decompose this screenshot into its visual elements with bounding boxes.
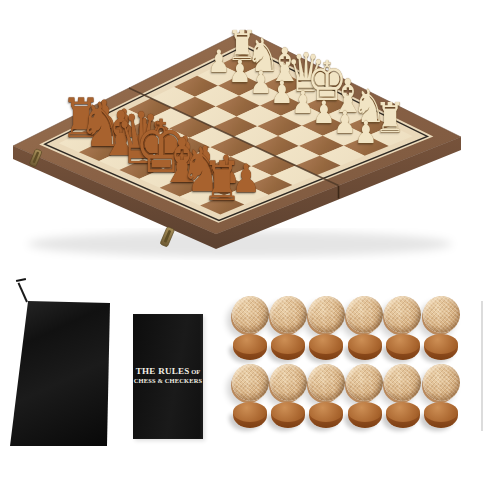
booklet-title-line1: THE RULES OF [133, 366, 203, 377]
product-photo-scene: ♜♞♝♛♚♝♞♜♟♟♟♟♟♟♟♟♟♟♟♟♟♟♟♟♜♞♝♛♚♝♞♜ THE RUL… [0, 0, 490, 490]
rules-booklet: THE RULES OF CHESS & CHECKERS [133, 314, 203, 439]
booklet-title-line2: CHESS & CHECKERS [133, 377, 203, 385]
booklet-title-of: OF [190, 368, 201, 375]
